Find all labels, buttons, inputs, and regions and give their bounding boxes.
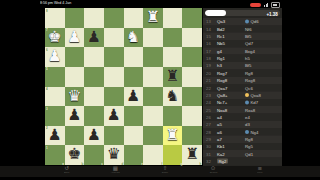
white-move[interactable]: Rg1 bbox=[217, 56, 225, 61]
square-b7[interactable]: ♟ bbox=[65, 28, 85, 48]
square-c6[interactable] bbox=[84, 47, 104, 67]
square-f1[interactable]: f bbox=[143, 145, 163, 165]
move-number: 18 bbox=[203, 56, 217, 61]
wifi-icon bbox=[264, 3, 268, 7]
black-move[interactable]: Qd1 bbox=[245, 151, 253, 156]
white-pawn-piece[interactable]: ♟ bbox=[45, 47, 65, 67]
black-move[interactable]: e4 bbox=[245, 115, 250, 120]
black-move[interactable]: Qd7 bbox=[245, 41, 253, 46]
move-row: 26a4e4 bbox=[203, 113, 282, 120]
black-move[interactable]: Bf5 bbox=[245, 34, 251, 39]
black-move[interactable]: Rxa8 bbox=[245, 107, 255, 112]
square-e4[interactable]: ♟ bbox=[124, 87, 144, 107]
move-row: 21Rxg8Rxg8 bbox=[203, 77, 282, 84]
square-f5[interactable] bbox=[143, 67, 163, 87]
square-g4[interactable]: ♞ bbox=[163, 87, 183, 107]
square-a2[interactable]: 2♟ bbox=[45, 126, 65, 146]
move-number: 26 bbox=[203, 115, 217, 120]
square-g7[interactable] bbox=[163, 28, 183, 48]
square-a8[interactable]: 8 bbox=[45, 8, 65, 28]
square-f4[interactable] bbox=[143, 87, 163, 107]
white-move[interactable]: Qxa7 bbox=[217, 85, 227, 90]
black-king-piece[interactable]: ♚ bbox=[65, 145, 85, 165]
rank-label: 1 bbox=[46, 146, 48, 149]
square-f2[interactable] bbox=[143, 126, 163, 146]
white-move[interactable]: Nb5 bbox=[217, 41, 225, 46]
evaluation-bar: +1.38 bbox=[205, 10, 280, 16]
evaluation-bar-white-fill bbox=[205, 10, 226, 16]
square-b6[interactable] bbox=[65, 47, 85, 67]
move-row: 17g4Bxg4 bbox=[203, 47, 282, 54]
square-a3[interactable]: 3 bbox=[45, 106, 65, 126]
move-number: 24 bbox=[203, 100, 217, 105]
square-h4[interactable] bbox=[182, 87, 202, 107]
black-knight-piece[interactable]: ♞ bbox=[163, 87, 183, 107]
square-c8[interactable] bbox=[84, 8, 104, 28]
letterbox-bottom bbox=[0, 177, 320, 180]
square-d1[interactable]: d♛ bbox=[104, 145, 124, 165]
square-a5[interactable]: 5 bbox=[45, 67, 65, 87]
tab-analysis[interactable]: ▦Analysis bbox=[104, 166, 126, 178]
tab-label: Share bbox=[162, 171, 168, 173]
move-quality-icon bbox=[245, 100, 249, 104]
black-pawn-piece[interactable]: ♟ bbox=[65, 106, 85, 126]
square-f8[interactable]: ♜ bbox=[143, 8, 163, 28]
move-number: 29 bbox=[203, 137, 217, 142]
move-row: 29a7Rg8 bbox=[203, 136, 282, 143]
move-row: 22Qxa7Qc6 bbox=[203, 84, 282, 91]
move-number: 21 bbox=[203, 78, 217, 83]
white-knight-piece[interactable]: ♞ bbox=[124, 28, 144, 48]
move-number: 31 bbox=[203, 151, 217, 156]
square-b1[interactable]: b♚ bbox=[65, 145, 85, 165]
square-e2[interactable] bbox=[124, 126, 144, 146]
move-number: 16 bbox=[203, 41, 217, 46]
white-move[interactable]: Rg2 bbox=[217, 159, 228, 164]
white-move[interactable]: Nxa8 bbox=[217, 107, 227, 112]
move-list-container[interactable]: 13Qa3Qd614Bd2Nf615Rc1Bf516Nb5Qd717g4Bxg4… bbox=[203, 18, 282, 166]
square-d3[interactable]: ♟ bbox=[104, 106, 124, 126]
white-queen-piece[interactable]: ♛ bbox=[65, 87, 85, 107]
move-number: 30 bbox=[203, 144, 217, 149]
square-c5[interactable] bbox=[84, 67, 104, 87]
move-number: 22 bbox=[203, 85, 217, 90]
square-b3[interactable]: ♟ bbox=[65, 106, 85, 126]
white-move[interactable]: Bd2 bbox=[217, 27, 225, 32]
black-move[interactable]: Nf6 bbox=[245, 27, 252, 32]
square-d5[interactable] bbox=[104, 67, 124, 87]
white-move[interactable]: g4 bbox=[217, 49, 222, 54]
move-number: 13 bbox=[203, 19, 217, 24]
white-move[interactable]: h3 bbox=[217, 63, 222, 68]
move-row: 16Nb5Qd7 bbox=[203, 40, 282, 47]
square-g2[interactable]: ♜ bbox=[163, 126, 183, 146]
square-a1[interactable]: 1a bbox=[45, 145, 65, 165]
square-e6[interactable] bbox=[124, 47, 144, 67]
black-pawn-piece[interactable]: ♟ bbox=[104, 106, 124, 126]
move-row: 13Qa3Qd6 bbox=[203, 18, 282, 25]
square-e3[interactable] bbox=[124, 106, 144, 126]
rank-label: 5 bbox=[46, 67, 48, 70]
chess-board: 8♜7♚♟♟♞6♟5♜4♛♟♞3♟♟2♟♟♜1ab♚cd♛efgh♜ bbox=[45, 8, 202, 165]
white-move[interactable]: Qa8+ bbox=[217, 93, 228, 98]
white-move[interactable]: Rxg8 bbox=[217, 78, 227, 83]
tab-share[interactable]: ⇧Share bbox=[157, 166, 173, 178]
move-row: 18Rg1h5 bbox=[203, 55, 282, 62]
analysis-panel: +1.38 13Qa3Qd614Bd2Nf615Rc1Bf516Nb5Qd717… bbox=[203, 8, 282, 166]
move-number: 17 bbox=[203, 49, 217, 54]
tab-label: More bbox=[257, 171, 262, 173]
move-row: 15Rc1Bf5 bbox=[203, 33, 282, 40]
square-d4[interactable] bbox=[104, 87, 124, 107]
clock-date-text: 8:56 pm Wed 4 Jan bbox=[40, 1, 71, 5]
white-pawn-piece[interactable]: ♟ bbox=[65, 28, 85, 48]
move-row: 19h3Bf5 bbox=[203, 62, 282, 69]
black-rook-piece[interactable]: ♜ bbox=[182, 145, 202, 165]
square-d2[interactable] bbox=[104, 126, 124, 146]
square-b5[interactable] bbox=[65, 67, 85, 87]
black-pawn-piece[interactable]: ♟ bbox=[84, 126, 104, 146]
square-b2[interactable] bbox=[65, 126, 85, 146]
black-move[interactable]: d3 bbox=[245, 122, 250, 127]
status-icons bbox=[250, 2, 280, 8]
move-row: 27a5d3 bbox=[203, 121, 282, 128]
black-move[interactable]: Qxa8 bbox=[251, 93, 261, 98]
square-c7[interactable]: ♟ bbox=[84, 28, 104, 48]
rank-label: 3 bbox=[46, 107, 48, 110]
move-row: 24Nc7+Kd7 bbox=[203, 99, 282, 106]
black-move[interactable]: Ng4 bbox=[251, 129, 259, 134]
black-move[interactable]: Qd6 bbox=[251, 19, 259, 24]
square-a6[interactable]: 6♟ bbox=[45, 47, 65, 67]
black-move[interactable]: Qc6 bbox=[245, 85, 253, 90]
move-row: 32Rg2 bbox=[203, 158, 282, 165]
square-e7[interactable]: ♞ bbox=[124, 28, 144, 48]
square-g1[interactable]: g bbox=[163, 145, 183, 165]
move-number: 14 bbox=[203, 27, 217, 32]
move-number: 23 bbox=[203, 93, 217, 98]
white-move[interactable]: Kb1 bbox=[217, 144, 225, 149]
move-list: 13Qa3Qd614Bd2Nf615Rc1Bf516Nb5Qd717g4Bxg4… bbox=[203, 18, 282, 165]
square-g3[interactable] bbox=[163, 106, 183, 126]
white-rook-piece[interactable]: ♜ bbox=[163, 126, 183, 146]
square-f6[interactable] bbox=[143, 47, 163, 67]
square-d6[interactable] bbox=[104, 47, 124, 67]
square-c2[interactable]: ♟ bbox=[84, 126, 104, 146]
move-quality-icon bbox=[245, 130, 249, 134]
black-move[interactable]: Rg8 bbox=[245, 71, 253, 76]
battery-icon bbox=[271, 2, 280, 8]
white-move[interactable]: a5 bbox=[217, 122, 222, 127]
white-move[interactable]: Qa3 bbox=[217, 19, 225, 24]
black-pawn-piece[interactable]: ♟ bbox=[45, 126, 65, 146]
square-d8[interactable] bbox=[104, 8, 124, 28]
black-move[interactable]: Rg8 bbox=[245, 137, 253, 142]
app-screen: 8:56 pm Wed 4 Jan 8♜7♚♟♟♞6♟5♜4♛♟♞3♟♟2♟♟♜… bbox=[0, 0, 320, 180]
move-row: 20Rxg7Rg8 bbox=[203, 69, 282, 76]
move-quality-icon bbox=[245, 93, 249, 97]
square-a4[interactable]: 4 bbox=[45, 87, 65, 107]
square-b4[interactable]: ♛ bbox=[65, 87, 85, 107]
white-rook-piece[interactable]: ♜ bbox=[143, 8, 163, 28]
move-row: 23Qa8+Qxa8 bbox=[203, 91, 282, 98]
tab-search[interactable]: ⊙Search bbox=[204, 166, 223, 178]
white-move[interactable]: Ka2 bbox=[217, 151, 225, 156]
white-move[interactable]: a4 bbox=[217, 115, 222, 120]
square-c1[interactable]: c bbox=[84, 145, 104, 165]
black-move[interactable]: Bf5 bbox=[245, 63, 251, 68]
bottom-tab-bar: ↺Back▦Analysis⇧Share⊙Search≡More bbox=[0, 166, 320, 177]
white-move[interactable]: Rxg7 bbox=[217, 71, 227, 76]
square-c3[interactable] bbox=[84, 106, 104, 126]
move-number: 25 bbox=[203, 107, 217, 112]
black-pawn-piece[interactable]: ♟ bbox=[124, 87, 144, 107]
white-move[interactable]: Rc1 bbox=[217, 34, 225, 39]
move-row: 30Kb1Rg5 bbox=[203, 143, 282, 150]
square-h8[interactable] bbox=[182, 8, 202, 28]
white-move[interactable]: Nc7+ bbox=[217, 100, 227, 105]
move-number: 28 bbox=[203, 129, 217, 134]
square-f3[interactable] bbox=[143, 106, 163, 126]
status-bar: 8:56 pm Wed 4 Jan bbox=[0, 0, 320, 8]
move-row: 14Bd2Nf6 bbox=[203, 25, 282, 32]
square-h5[interactable] bbox=[182, 67, 202, 87]
white-move[interactable]: a7 bbox=[217, 137, 222, 142]
square-h3[interactable] bbox=[182, 106, 202, 126]
black-move[interactable]: h5 bbox=[245, 56, 250, 61]
black-move[interactable]: Bxg4 bbox=[245, 49, 255, 54]
square-c4[interactable] bbox=[84, 87, 104, 107]
evaluation-value: +1.38 bbox=[267, 12, 278, 16]
tab-more[interactable]: ≡More bbox=[253, 166, 267, 178]
black-queen-piece[interactable]: ♛ bbox=[104, 145, 124, 165]
square-f7[interactable] bbox=[143, 28, 163, 48]
square-e5[interactable] bbox=[124, 67, 144, 87]
tab-back[interactable]: ↺Back bbox=[60, 166, 73, 178]
black-pawn-piece[interactable]: ♟ bbox=[84, 28, 104, 48]
black-move[interactable]: Rg5 bbox=[245, 144, 253, 149]
move-number: 15 bbox=[203, 34, 217, 39]
move-number: 27 bbox=[203, 122, 217, 127]
move-number: 20 bbox=[203, 71, 217, 76]
rank-label: 8 bbox=[46, 9, 48, 12]
move-row: 28a6Ng4 bbox=[203, 128, 282, 135]
white-king-piece[interactable]: ♚ bbox=[45, 28, 65, 48]
move-quality-icon bbox=[245, 20, 249, 24]
square-h2[interactable] bbox=[182, 126, 202, 146]
recording-indicator-icon[interactable] bbox=[250, 3, 261, 8]
square-a7[interactable]: 7♚ bbox=[45, 28, 65, 48]
square-g5[interactable]: ♜ bbox=[163, 67, 183, 87]
square-h7[interactable] bbox=[182, 28, 202, 48]
square-g6[interactable] bbox=[163, 47, 183, 67]
black-move[interactable]: Rxg8 bbox=[245, 78, 255, 83]
square-h6[interactable] bbox=[182, 47, 202, 67]
move-number: 32 bbox=[203, 159, 217, 164]
black-move[interactable]: Kd7 bbox=[251, 100, 259, 105]
tab-label: Back bbox=[64, 171, 69, 173]
square-d7[interactable] bbox=[104, 28, 124, 48]
black-rook-piece[interactable]: ♜ bbox=[163, 67, 183, 87]
square-e1[interactable]: e bbox=[124, 145, 144, 165]
square-h1[interactable]: h♜ bbox=[182, 145, 202, 165]
move-number: 19 bbox=[203, 63, 217, 68]
square-b8[interactable] bbox=[65, 8, 85, 28]
rank-label: 4 bbox=[46, 87, 48, 90]
move-row: 31Ka2Qd1 bbox=[203, 150, 282, 157]
square-g8[interactable] bbox=[163, 8, 183, 28]
move-row: 25Nxa8Rxa8 bbox=[203, 106, 282, 113]
white-move[interactable]: a6 bbox=[217, 129, 222, 134]
tab-label: Search bbox=[209, 171, 217, 173]
tab-label: Analysis bbox=[111, 171, 120, 173]
square-e8[interactable] bbox=[124, 8, 144, 28]
